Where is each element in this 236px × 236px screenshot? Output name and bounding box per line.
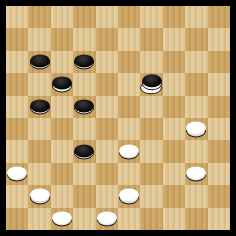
piece-top-face	[52, 211, 72, 224]
light-square	[6, 140, 28, 162]
piece-top-face	[119, 144, 139, 157]
draughts-board	[6, 6, 230, 230]
square-45[interactable]	[208, 185, 230, 207]
light-square	[73, 208, 95, 230]
light-square	[208, 163, 230, 185]
square-50[interactable]	[185, 208, 207, 230]
light-square	[96, 6, 118, 28]
piece-top-face	[74, 54, 94, 67]
square-8[interactable]	[96, 28, 118, 50]
square-7[interactable]	[51, 28, 73, 50]
piece-top-face	[30, 189, 50, 202]
square-14[interactable]	[163, 51, 185, 73]
square-35[interactable]	[208, 140, 230, 162]
light-square	[6, 6, 28, 28]
square-41[interactable]	[28, 185, 50, 207]
square-30[interactable]	[185, 118, 207, 140]
light-square	[208, 28, 230, 50]
piece-top-face	[74, 144, 94, 157]
square-32[interactable]	[73, 140, 95, 162]
board-frame	[0, 0, 236, 236]
white-man-piece[interactable]	[30, 189, 50, 202]
light-square	[118, 208, 140, 230]
square-12[interactable]	[73, 51, 95, 73]
piece-top-face	[30, 54, 50, 67]
square-28[interactable]	[96, 118, 118, 140]
square-21[interactable]	[28, 96, 50, 118]
light-square	[51, 96, 73, 118]
square-20[interactable]	[185, 73, 207, 95]
square-23[interactable]	[118, 96, 140, 118]
square-5[interactable]	[208, 6, 230, 28]
square-6[interactable]	[6, 28, 28, 50]
light-square	[73, 163, 95, 185]
white-man-piece[interactable]	[97, 211, 117, 224]
square-40[interactable]	[185, 163, 207, 185]
square-19[interactable]	[140, 73, 162, 95]
light-square	[185, 6, 207, 28]
square-39[interactable]	[140, 163, 162, 185]
light-square	[28, 163, 50, 185]
white-man-piece[interactable]	[119, 144, 139, 157]
light-square	[140, 185, 162, 207]
light-square	[73, 28, 95, 50]
square-47[interactable]	[51, 208, 73, 230]
piece-top-face	[142, 75, 162, 88]
light-square	[51, 140, 73, 162]
square-43[interactable]	[118, 185, 140, 207]
light-square	[163, 73, 185, 95]
light-square	[208, 118, 230, 140]
light-square	[118, 28, 140, 50]
square-3[interactable]	[118, 6, 140, 28]
square-10[interactable]	[185, 28, 207, 50]
square-29[interactable]	[140, 118, 162, 140]
white-man-piece[interactable]	[186, 166, 206, 179]
light-square	[6, 185, 28, 207]
square-31[interactable]	[28, 140, 50, 162]
piece-top-face	[30, 99, 50, 112]
square-11[interactable]	[28, 51, 50, 73]
light-square	[163, 208, 185, 230]
square-22[interactable]	[73, 96, 95, 118]
square-36[interactable]	[6, 163, 28, 185]
light-square	[140, 51, 162, 73]
white-man-piece[interactable]	[52, 211, 72, 224]
light-square	[51, 185, 73, 207]
white-man-piece[interactable]	[7, 166, 27, 179]
light-square	[51, 6, 73, 28]
square-38[interactable]	[96, 163, 118, 185]
light-square	[118, 118, 140, 140]
light-square	[185, 185, 207, 207]
piece-top-face	[74, 99, 94, 112]
light-square	[163, 118, 185, 140]
square-1[interactable]	[28, 6, 50, 28]
square-4[interactable]	[163, 6, 185, 28]
black-man-piece[interactable]	[30, 54, 50, 67]
light-square	[28, 208, 50, 230]
light-square	[185, 140, 207, 162]
square-46[interactable]	[6, 208, 28, 230]
black-man-piece[interactable]	[30, 99, 50, 112]
square-44[interactable]	[163, 185, 185, 207]
white-man-piece[interactable]	[119, 189, 139, 202]
light-square	[208, 73, 230, 95]
light-square	[163, 28, 185, 50]
light-square	[73, 73, 95, 95]
piece-top-face	[186, 166, 206, 179]
light-square	[208, 208, 230, 230]
square-15[interactable]	[208, 51, 230, 73]
light-square	[185, 96, 207, 118]
light-square	[6, 51, 28, 73]
light-square	[28, 28, 50, 50]
light-square	[118, 73, 140, 95]
square-26[interactable]	[6, 118, 28, 140]
light-square	[28, 118, 50, 140]
piece-top-face	[119, 189, 139, 202]
light-square	[96, 51, 118, 73]
square-33[interactable]	[118, 140, 140, 162]
light-square	[118, 163, 140, 185]
square-42[interactable]	[73, 185, 95, 207]
light-square	[140, 140, 162, 162]
square-48[interactable]	[96, 208, 118, 230]
square-18[interactable]	[96, 73, 118, 95]
black-man-piece[interactable]	[74, 99, 94, 112]
light-square	[96, 185, 118, 207]
square-17[interactable]	[51, 73, 73, 95]
black-man-piece[interactable]	[74, 144, 94, 157]
light-square	[185, 51, 207, 73]
square-16[interactable]	[6, 73, 28, 95]
light-square	[96, 140, 118, 162]
square-49[interactable]	[140, 208, 162, 230]
square-25[interactable]	[208, 96, 230, 118]
light-square	[6, 96, 28, 118]
black-man-piece[interactable]	[74, 54, 94, 67]
white-man-piece[interactable]	[186, 122, 206, 135]
square-27[interactable]	[51, 118, 73, 140]
square-37[interactable]	[51, 163, 73, 185]
black-man-piece[interactable]	[52, 77, 72, 90]
light-square	[28, 73, 50, 95]
light-square	[73, 118, 95, 140]
piece-top-face	[7, 166, 27, 179]
square-9[interactable]	[140, 28, 162, 50]
piece-top-face	[186, 122, 206, 135]
square-34[interactable]	[163, 140, 185, 162]
square-2[interactable]	[73, 6, 95, 28]
light-square	[51, 51, 73, 73]
square-13[interactable]	[118, 51, 140, 73]
light-square	[140, 6, 162, 28]
black-king-piece[interactable]	[142, 75, 162, 88]
piece-top-face	[52, 77, 72, 90]
light-square	[96, 96, 118, 118]
light-square	[163, 163, 185, 185]
light-square	[140, 96, 162, 118]
square-24[interactable]	[163, 96, 185, 118]
piece-top-face	[97, 211, 117, 224]
